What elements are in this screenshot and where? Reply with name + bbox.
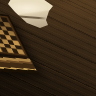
photo-scene (0, 0, 96, 96)
